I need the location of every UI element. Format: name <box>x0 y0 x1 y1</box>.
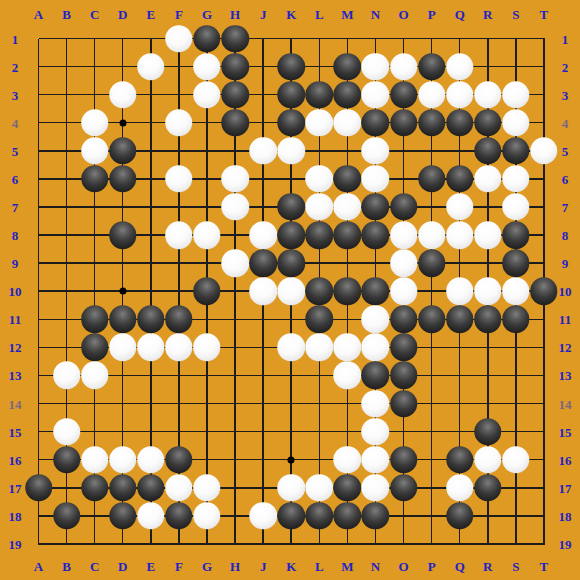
intersection-F2[interactable] <box>165 53 193 81</box>
intersection-N2[interactable] <box>361 53 389 81</box>
intersection-B10[interactable] <box>53 277 81 305</box>
intersection-N1[interactable] <box>361 25 389 53</box>
intersection-T4[interactable] <box>530 109 558 137</box>
intersection-O16[interactable] <box>390 446 418 474</box>
intersection-L6[interactable] <box>305 165 333 193</box>
intersection-G2[interactable] <box>193 53 221 81</box>
intersection-M3[interactable] <box>333 81 361 109</box>
intersection-Q2[interactable] <box>446 53 474 81</box>
intersection-R19[interactable] <box>474 530 502 558</box>
intersection-F8[interactable] <box>165 221 193 249</box>
intersection-J13[interactable] <box>249 361 277 389</box>
intersection-Q15[interactable] <box>446 418 474 446</box>
intersection-D11[interactable] <box>109 305 137 333</box>
intersection-A17[interactable] <box>25 474 53 502</box>
intersection-B3[interactable] <box>53 81 81 109</box>
intersection-N5[interactable] <box>361 137 389 165</box>
intersection-M9[interactable] <box>333 249 361 277</box>
intersection-M19[interactable] <box>333 530 361 558</box>
intersection-A9[interactable] <box>25 249 53 277</box>
intersection-H4[interactable] <box>221 109 249 137</box>
intersection-A12[interactable] <box>25 333 53 361</box>
intersection-E7[interactable] <box>137 193 165 221</box>
intersection-R2[interactable] <box>474 53 502 81</box>
intersection-R1[interactable] <box>474 25 502 53</box>
intersection-C19[interactable] <box>81 530 109 558</box>
intersection-J18[interactable] <box>249 502 277 530</box>
intersection-T16[interactable] <box>530 446 558 474</box>
intersection-L11[interactable] <box>305 305 333 333</box>
intersection-T11[interactable] <box>530 305 558 333</box>
intersection-M18[interactable] <box>333 502 361 530</box>
intersection-Q10[interactable] <box>446 277 474 305</box>
intersection-G11[interactable] <box>193 305 221 333</box>
intersection-H10[interactable] <box>221 277 249 305</box>
intersection-Q16[interactable] <box>446 446 474 474</box>
intersection-M16[interactable] <box>333 446 361 474</box>
intersection-S17[interactable] <box>502 474 530 502</box>
intersection-T9[interactable] <box>530 249 558 277</box>
intersection-B9[interactable] <box>53 249 81 277</box>
intersection-E16[interactable] <box>137 446 165 474</box>
intersection-G14[interactable] <box>193 390 221 418</box>
intersection-M12[interactable] <box>333 333 361 361</box>
intersection-P1[interactable] <box>418 25 446 53</box>
intersection-R14[interactable] <box>474 390 502 418</box>
intersection-J19[interactable] <box>249 530 277 558</box>
intersection-F12[interactable] <box>165 333 193 361</box>
intersection-J8[interactable] <box>249 221 277 249</box>
intersection-G12[interactable] <box>193 333 221 361</box>
intersection-L5[interactable] <box>305 137 333 165</box>
intersection-J6[interactable] <box>249 165 277 193</box>
intersection-M4[interactable] <box>333 109 361 137</box>
intersection-N6[interactable] <box>361 165 389 193</box>
intersection-P5[interactable] <box>418 137 446 165</box>
intersection-C18[interactable] <box>81 502 109 530</box>
intersection-D15[interactable] <box>109 418 137 446</box>
intersection-D14[interactable] <box>109 390 137 418</box>
intersection-R17[interactable] <box>474 474 502 502</box>
intersection-Q1[interactable] <box>446 25 474 53</box>
intersection-H19[interactable] <box>221 530 249 558</box>
intersection-R9[interactable] <box>474 249 502 277</box>
intersection-H8[interactable] <box>221 221 249 249</box>
intersection-D8[interactable] <box>109 221 137 249</box>
intersection-A3[interactable] <box>25 81 53 109</box>
intersection-L4[interactable] <box>305 109 333 137</box>
intersection-N9[interactable] <box>361 249 389 277</box>
intersection-L2[interactable] <box>305 53 333 81</box>
intersection-S15[interactable] <box>502 418 530 446</box>
intersection-C6[interactable] <box>81 165 109 193</box>
intersection-P17[interactable] <box>418 474 446 502</box>
intersection-L16[interactable] <box>305 446 333 474</box>
intersection-H13[interactable] <box>221 361 249 389</box>
intersection-K3[interactable] <box>277 81 305 109</box>
intersection-N13[interactable] <box>361 361 389 389</box>
intersection-H1[interactable] <box>221 25 249 53</box>
intersection-R10[interactable] <box>474 277 502 305</box>
intersection-K11[interactable] <box>277 305 305 333</box>
intersection-K17[interactable] <box>277 474 305 502</box>
intersection-K16[interactable] <box>277 446 305 474</box>
intersection-H7[interactable] <box>221 193 249 221</box>
intersection-B17[interactable] <box>53 474 81 502</box>
intersection-B1[interactable] <box>53 25 81 53</box>
intersection-D9[interactable] <box>109 249 137 277</box>
intersection-P7[interactable] <box>418 193 446 221</box>
intersection-G19[interactable] <box>193 530 221 558</box>
intersection-F1[interactable] <box>165 25 193 53</box>
intersection-E10[interactable] <box>137 277 165 305</box>
intersection-J7[interactable] <box>249 193 277 221</box>
intersection-F7[interactable] <box>165 193 193 221</box>
intersection-M1[interactable] <box>333 25 361 53</box>
intersection-O18[interactable] <box>390 502 418 530</box>
intersection-F19[interactable] <box>165 530 193 558</box>
intersection-H18[interactable] <box>221 502 249 530</box>
intersection-K12[interactable] <box>277 333 305 361</box>
intersection-D16[interactable] <box>109 446 137 474</box>
intersection-G18[interactable] <box>193 502 221 530</box>
intersection-F16[interactable] <box>165 446 193 474</box>
intersection-C12[interactable] <box>81 333 109 361</box>
intersection-S4[interactable] <box>502 109 530 137</box>
intersection-P9[interactable] <box>418 249 446 277</box>
intersection-F9[interactable] <box>165 249 193 277</box>
intersection-H9[interactable] <box>221 249 249 277</box>
intersection-K4[interactable] <box>277 109 305 137</box>
intersection-T1[interactable] <box>530 25 558 53</box>
intersection-T7[interactable] <box>530 193 558 221</box>
intersection-Q17[interactable] <box>446 474 474 502</box>
intersection-Q4[interactable] <box>446 109 474 137</box>
intersection-E9[interactable] <box>137 249 165 277</box>
intersection-D4[interactable] <box>109 109 137 137</box>
intersection-L3[interactable] <box>305 81 333 109</box>
intersection-J1[interactable] <box>249 25 277 53</box>
intersection-H12[interactable] <box>221 333 249 361</box>
intersection-S1[interactable] <box>502 25 530 53</box>
intersection-L13[interactable] <box>305 361 333 389</box>
intersection-E2[interactable] <box>137 53 165 81</box>
intersection-H16[interactable] <box>221 446 249 474</box>
intersection-T18[interactable] <box>530 502 558 530</box>
intersection-O6[interactable] <box>390 165 418 193</box>
intersection-F6[interactable] <box>165 165 193 193</box>
intersection-M11[interactable] <box>333 305 361 333</box>
intersection-Q8[interactable] <box>446 221 474 249</box>
intersection-E14[interactable] <box>137 390 165 418</box>
intersection-C14[interactable] <box>81 390 109 418</box>
intersection-T14[interactable] <box>530 390 558 418</box>
intersection-D7[interactable] <box>109 193 137 221</box>
intersection-B6[interactable] <box>53 165 81 193</box>
intersection-A11[interactable] <box>25 305 53 333</box>
intersection-L14[interactable] <box>305 390 333 418</box>
intersection-N15[interactable] <box>361 418 389 446</box>
intersection-N19[interactable] <box>361 530 389 558</box>
intersection-M8[interactable] <box>333 221 361 249</box>
intersection-C9[interactable] <box>81 249 109 277</box>
intersection-P18[interactable] <box>418 502 446 530</box>
intersection-B11[interactable] <box>53 305 81 333</box>
intersection-Q3[interactable] <box>446 81 474 109</box>
intersection-R11[interactable] <box>474 305 502 333</box>
go-board[interactable]: AABBCCDDEEFFGGHHJJKKLLMMNNOOPPQQRRSSTT11… <box>0 0 580 580</box>
intersection-L7[interactable] <box>305 193 333 221</box>
intersection-J3[interactable] <box>249 81 277 109</box>
intersection-S19[interactable] <box>502 530 530 558</box>
intersection-K18[interactable] <box>277 502 305 530</box>
intersection-O12[interactable] <box>390 333 418 361</box>
intersection-R4[interactable] <box>474 109 502 137</box>
intersection-C11[interactable] <box>81 305 109 333</box>
intersection-D17[interactable] <box>109 474 137 502</box>
intersection-K19[interactable] <box>277 530 305 558</box>
intersection-F15[interactable] <box>165 418 193 446</box>
intersection-F11[interactable] <box>165 305 193 333</box>
intersection-J15[interactable] <box>249 418 277 446</box>
intersection-M7[interactable] <box>333 193 361 221</box>
intersection-D2[interactable] <box>109 53 137 81</box>
intersection-P12[interactable] <box>418 333 446 361</box>
intersection-D1[interactable] <box>109 25 137 53</box>
intersection-G17[interactable] <box>193 474 221 502</box>
intersection-Q19[interactable] <box>446 530 474 558</box>
intersection-K7[interactable] <box>277 193 305 221</box>
intersection-T17[interactable] <box>530 474 558 502</box>
intersection-S2[interactable] <box>502 53 530 81</box>
intersection-S11[interactable] <box>502 305 530 333</box>
intersection-E18[interactable] <box>137 502 165 530</box>
intersection-O14[interactable] <box>390 390 418 418</box>
intersection-D5[interactable] <box>109 137 137 165</box>
intersection-D18[interactable] <box>109 502 137 530</box>
intersection-O13[interactable] <box>390 361 418 389</box>
intersection-P2[interactable] <box>418 53 446 81</box>
intersection-J12[interactable] <box>249 333 277 361</box>
intersection-L12[interactable] <box>305 333 333 361</box>
intersection-L17[interactable] <box>305 474 333 502</box>
intersection-L9[interactable] <box>305 249 333 277</box>
intersection-N18[interactable] <box>361 502 389 530</box>
intersection-S13[interactable] <box>502 361 530 389</box>
intersection-E15[interactable] <box>137 418 165 446</box>
intersection-J2[interactable] <box>249 53 277 81</box>
intersection-H5[interactable] <box>221 137 249 165</box>
intersection-C2[interactable] <box>81 53 109 81</box>
intersection-B13[interactable] <box>53 361 81 389</box>
intersection-Q6[interactable] <box>446 165 474 193</box>
intersection-S9[interactable] <box>502 249 530 277</box>
intersection-S7[interactable] <box>502 193 530 221</box>
intersection-P4[interactable] <box>418 109 446 137</box>
intersection-Q9[interactable] <box>446 249 474 277</box>
intersection-Q5[interactable] <box>446 137 474 165</box>
intersection-K10[interactable] <box>277 277 305 305</box>
intersection-A1[interactable] <box>25 25 53 53</box>
intersection-N14[interactable] <box>361 390 389 418</box>
intersection-E8[interactable] <box>137 221 165 249</box>
intersection-H6[interactable] <box>221 165 249 193</box>
intersection-N3[interactable] <box>361 81 389 109</box>
intersection-J5[interactable] <box>249 137 277 165</box>
intersection-J17[interactable] <box>249 474 277 502</box>
intersection-T2[interactable] <box>530 53 558 81</box>
intersection-Q13[interactable] <box>446 361 474 389</box>
intersection-F10[interactable] <box>165 277 193 305</box>
intersection-G6[interactable] <box>193 165 221 193</box>
intersection-M10[interactable] <box>333 277 361 305</box>
intersection-G1[interactable] <box>193 25 221 53</box>
intersection-E5[interactable] <box>137 137 165 165</box>
intersection-G10[interactable] <box>193 277 221 305</box>
intersection-D10[interactable] <box>109 277 137 305</box>
intersection-K5[interactable] <box>277 137 305 165</box>
intersection-O10[interactable] <box>390 277 418 305</box>
intersection-E1[interactable] <box>137 25 165 53</box>
intersection-K13[interactable] <box>277 361 305 389</box>
intersection-P14[interactable] <box>418 390 446 418</box>
intersection-A16[interactable] <box>25 446 53 474</box>
intersection-K15[interactable] <box>277 418 305 446</box>
intersection-C4[interactable] <box>81 109 109 137</box>
intersection-R15[interactable] <box>474 418 502 446</box>
intersection-N11[interactable] <box>361 305 389 333</box>
intersection-O8[interactable] <box>390 221 418 249</box>
intersection-R5[interactable] <box>474 137 502 165</box>
intersection-G13[interactable] <box>193 361 221 389</box>
intersection-P16[interactable] <box>418 446 446 474</box>
intersection-G4[interactable] <box>193 109 221 137</box>
intersection-R7[interactable] <box>474 193 502 221</box>
intersection-T3[interactable] <box>530 81 558 109</box>
intersection-H2[interactable] <box>221 53 249 81</box>
intersection-G5[interactable] <box>193 137 221 165</box>
intersection-J9[interactable] <box>249 249 277 277</box>
intersection-M17[interactable] <box>333 474 361 502</box>
intersection-O5[interactable] <box>390 137 418 165</box>
intersection-Q18[interactable] <box>446 502 474 530</box>
intersection-O19[interactable] <box>390 530 418 558</box>
intersection-A15[interactable] <box>25 418 53 446</box>
intersection-E19[interactable] <box>137 530 165 558</box>
intersection-G7[interactable] <box>193 193 221 221</box>
intersection-P3[interactable] <box>418 81 446 109</box>
intersection-C17[interactable] <box>81 474 109 502</box>
intersection-J11[interactable] <box>249 305 277 333</box>
intersection-S3[interactable] <box>502 81 530 109</box>
intersection-P11[interactable] <box>418 305 446 333</box>
intersection-K1[interactable] <box>277 25 305 53</box>
intersection-A2[interactable] <box>25 53 53 81</box>
intersection-C7[interactable] <box>81 193 109 221</box>
intersection-D19[interactable] <box>109 530 137 558</box>
intersection-C10[interactable] <box>81 277 109 305</box>
intersection-A10[interactable] <box>25 277 53 305</box>
intersection-N7[interactable] <box>361 193 389 221</box>
intersection-O4[interactable] <box>390 109 418 137</box>
intersection-C16[interactable] <box>81 446 109 474</box>
intersection-L10[interactable] <box>305 277 333 305</box>
intersection-N10[interactable] <box>361 277 389 305</box>
intersection-N8[interactable] <box>361 221 389 249</box>
intersection-O7[interactable] <box>390 193 418 221</box>
intersection-R13[interactable] <box>474 361 502 389</box>
intersection-O1[interactable] <box>390 25 418 53</box>
intersection-F17[interactable] <box>165 474 193 502</box>
intersection-B5[interactable] <box>53 137 81 165</box>
intersection-S12[interactable] <box>502 333 530 361</box>
intersection-O3[interactable] <box>390 81 418 109</box>
intersection-S8[interactable] <box>502 221 530 249</box>
intersection-A18[interactable] <box>25 502 53 530</box>
intersection-J10[interactable] <box>249 277 277 305</box>
intersection-K6[interactable] <box>277 165 305 193</box>
intersection-H14[interactable] <box>221 390 249 418</box>
intersection-A19[interactable] <box>25 530 53 558</box>
intersection-A8[interactable] <box>25 221 53 249</box>
intersection-K2[interactable] <box>277 53 305 81</box>
intersection-N17[interactable] <box>361 474 389 502</box>
intersection-R8[interactable] <box>474 221 502 249</box>
intersection-A7[interactable] <box>25 193 53 221</box>
intersection-A6[interactable] <box>25 165 53 193</box>
intersection-O15[interactable] <box>390 418 418 446</box>
intersection-J4[interactable] <box>249 109 277 137</box>
intersection-M14[interactable] <box>333 390 361 418</box>
intersection-H3[interactable] <box>221 81 249 109</box>
intersection-M5[interactable] <box>333 137 361 165</box>
intersection-J16[interactable] <box>249 446 277 474</box>
intersection-A14[interactable] <box>25 390 53 418</box>
intersection-L19[interactable] <box>305 530 333 558</box>
intersection-L8[interactable] <box>305 221 333 249</box>
intersection-B15[interactable] <box>53 418 81 446</box>
intersection-F4[interactable] <box>165 109 193 137</box>
intersection-T13[interactable] <box>530 361 558 389</box>
intersection-D3[interactable] <box>109 81 137 109</box>
intersection-J14[interactable] <box>249 390 277 418</box>
intersection-F5[interactable] <box>165 137 193 165</box>
intersection-L18[interactable] <box>305 502 333 530</box>
intersection-M13[interactable] <box>333 361 361 389</box>
intersection-H11[interactable] <box>221 305 249 333</box>
intersection-M6[interactable] <box>333 165 361 193</box>
intersection-N12[interactable] <box>361 333 389 361</box>
intersection-F18[interactable] <box>165 502 193 530</box>
intersection-S14[interactable] <box>502 390 530 418</box>
intersection-M2[interactable] <box>333 53 361 81</box>
intersection-B18[interactable] <box>53 502 81 530</box>
intersection-P19[interactable] <box>418 530 446 558</box>
intersection-B19[interactable] <box>53 530 81 558</box>
intersection-B8[interactable] <box>53 221 81 249</box>
intersection-D6[interactable] <box>109 165 137 193</box>
intersection-C8[interactable] <box>81 221 109 249</box>
intersection-D12[interactable] <box>109 333 137 361</box>
intersection-G9[interactable] <box>193 249 221 277</box>
intersection-E4[interactable] <box>137 109 165 137</box>
intersection-Q14[interactable] <box>446 390 474 418</box>
intersection-L15[interactable] <box>305 418 333 446</box>
intersection-S6[interactable] <box>502 165 530 193</box>
intersection-R16[interactable] <box>474 446 502 474</box>
intersection-S16[interactable] <box>502 446 530 474</box>
intersection-C13[interactable] <box>81 361 109 389</box>
